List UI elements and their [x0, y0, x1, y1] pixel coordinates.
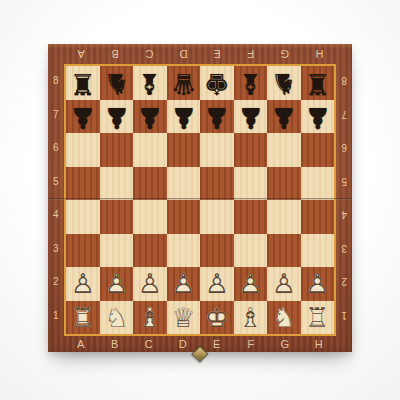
square-e8[interactable]: ♚	[200, 66, 234, 100]
rank-right-label-5: 5	[341, 176, 347, 187]
file-bottom-label-cell: A	[64, 336, 98, 352]
file-bottom-label-cell: C	[132, 336, 166, 352]
white-piece-outline-glyph: ♗	[234, 301, 268, 335]
square-g2[interactable]: ♟♙	[267, 267, 301, 301]
square-b8[interactable]: ♞	[100, 66, 134, 100]
file-top-label-cell: B	[98, 44, 132, 64]
rank-right-label-cell: 4	[336, 198, 352, 232]
file-bottom-label-cell: H	[302, 336, 336, 352]
rank-right-label-cell: 7	[336, 98, 352, 132]
rank-left-label-2: 2	[53, 276, 59, 287]
rank-left-label-cell: 5	[48, 165, 64, 199]
square-g5[interactable]	[267, 167, 301, 201]
square-e4[interactable]	[200, 200, 234, 234]
square-g7[interactable]: ♟	[267, 100, 301, 134]
square-g4[interactable]	[267, 200, 301, 234]
file-bottom-label-f: F	[247, 338, 254, 350]
square-a6[interactable]	[66, 133, 100, 167]
piece-white-rook-h1[interactable]: ♜♖	[301, 301, 335, 335]
white-piece-outline-glyph: ♗	[133, 301, 167, 335]
file-bottom-label-h: H	[315, 338, 323, 350]
rank-right-label-6: 6	[341, 142, 347, 153]
square-e2[interactable]: ♟♙	[200, 267, 234, 301]
square-g8[interactable]: ♞	[267, 66, 301, 100]
rank-left-label-cell: 8	[48, 64, 64, 98]
square-a5[interactable]	[66, 167, 100, 201]
square-c4[interactable]	[133, 200, 167, 234]
rank-right-label-cell: 8	[336, 64, 352, 98]
square-g6[interactable]	[267, 133, 301, 167]
square-c3[interactable]	[133, 234, 167, 268]
square-d4[interactable]	[167, 200, 201, 234]
piece-white-bishop-f1[interactable]: ♝♗	[234, 301, 268, 335]
square-f5[interactable]	[234, 167, 268, 201]
piece-black-bishop-f8[interactable]: ♝	[234, 66, 268, 100]
piece-white-pawn-a2[interactable]: ♟♙	[66, 267, 100, 301]
piece-black-pawn-e7[interactable]: ♟	[200, 100, 234, 134]
square-d3[interactable]	[167, 234, 201, 268]
square-c8[interactable]: ♝	[133, 66, 167, 100]
square-h7[interactable]: ♟	[301, 100, 335, 134]
square-b2[interactable]: ♟♙	[100, 267, 134, 301]
white-piece-outline-glyph: ♙	[66, 267, 100, 301]
piece-black-pawn-c7[interactable]: ♟	[133, 100, 167, 134]
rank-right-label-cell: 2	[336, 265, 352, 299]
square-e6[interactable]	[200, 133, 234, 167]
rank-left-label-cell: 2	[48, 265, 64, 299]
white-piece-outline-glyph: ♖	[301, 301, 335, 335]
piece-black-pawn-h7[interactable]: ♟	[301, 100, 335, 134]
rank-right-label-cell: 6	[336, 131, 352, 165]
square-f3[interactable]	[234, 234, 268, 268]
rank-right-label-1: 1	[341, 310, 347, 321]
square-g3[interactable]	[267, 234, 301, 268]
piece-white-pawn-c2[interactable]: ♟♙	[133, 267, 167, 301]
file-top-label-cell: A	[64, 44, 98, 64]
white-piece-outline-glyph: ♙	[100, 267, 134, 301]
square-h5[interactable]	[301, 167, 335, 201]
square-d1[interactable]: ♛♕	[167, 301, 201, 335]
square-a3[interactable]	[66, 234, 100, 268]
piece-white-pawn-e2[interactable]: ♟♙	[200, 267, 234, 301]
file-bottom-label-c: C	[145, 338, 153, 350]
rank-right-label-2: 2	[341, 276, 347, 287]
square-h1[interactable]: ♜♖	[301, 301, 335, 335]
piece-black-rook-a8[interactable]: ♜	[66, 66, 100, 100]
piece-white-knight-g1[interactable]: ♞♘	[267, 301, 301, 335]
file-top-label-g: G	[280, 48, 289, 60]
file-top-label-d: D	[179, 48, 187, 60]
piece-white-queen-d1[interactable]: ♛♕	[167, 301, 201, 335]
file-bottom-label-cell: E	[200, 336, 234, 352]
ranks-left-labels: 87654321	[48, 64, 64, 332]
file-top-label-c: C	[145, 48, 153, 60]
file-top-label-cell: D	[166, 44, 200, 64]
rank-right-label-cell: 1	[336, 299, 352, 333]
rank-left-label-cell: 6	[48, 131, 64, 165]
square-a7[interactable]: ♟	[66, 100, 100, 134]
square-f8[interactable]: ♝	[234, 66, 268, 100]
file-bottom-label-cell: B	[98, 336, 132, 352]
rank-left-label-5: 5	[53, 176, 59, 187]
piece-black-pawn-d7[interactable]: ♟	[167, 100, 201, 134]
chess-board: ABCDEFGH ABCDEFGH 87654321 87654321 ♜♞♝♛…	[48, 44, 352, 352]
square-e7[interactable]: ♟	[200, 100, 234, 134]
square-e1[interactable]: ♚♔	[200, 301, 234, 335]
piece-black-knight-b8[interactable]: ♞	[100, 66, 134, 100]
rank-left-label-cell: 7	[48, 98, 64, 132]
square-f2[interactable]: ♟♙	[234, 267, 268, 301]
square-f1[interactable]: ♝♗	[234, 301, 268, 335]
square-h3[interactable]	[301, 234, 335, 268]
square-h4[interactable]	[301, 200, 335, 234]
piece-white-pawn-d2[interactable]: ♟♙	[167, 267, 201, 301]
photo-background: ABCDEFGH ABCDEFGH 87654321 87654321 ♜♞♝♛…	[0, 0, 400, 400]
file-bottom-label-b: B	[111, 338, 119, 350]
square-b5[interactable]	[100, 167, 134, 201]
piece-white-pawn-g2[interactable]: ♟♙	[267, 267, 301, 301]
square-b1[interactable]: ♞♘	[100, 301, 134, 335]
rank-left-label-cell: 4	[48, 198, 64, 232]
rank-left-label-8: 8	[53, 75, 59, 86]
file-bottom-label-g: G	[280, 338, 289, 350]
white-piece-outline-glyph: ♕	[167, 301, 201, 335]
file-bottom-label-cell: F	[234, 336, 268, 352]
square-e3[interactable]	[200, 234, 234, 268]
piece-black-pawn-f7[interactable]: ♟	[234, 100, 268, 134]
piece-black-rook-h8[interactable]: ♜	[301, 66, 335, 100]
rank-left-label-4: 4	[53, 209, 59, 220]
square-d6[interactable]	[167, 133, 201, 167]
file-bottom-label-e: E	[213, 338, 221, 350]
file-top-label-cell: H	[302, 44, 336, 64]
rank-right-label-8: 8	[341, 75, 347, 86]
square-b6[interactable]	[100, 133, 134, 167]
square-a1[interactable]: ♜♖	[66, 301, 100, 335]
square-c7[interactable]: ♟	[133, 100, 167, 134]
piece-black-pawn-g7[interactable]: ♟	[267, 100, 301, 134]
square-b3[interactable]	[100, 234, 134, 268]
white-piece-outline-glyph: ♙	[234, 267, 268, 301]
piece-black-pawn-b7[interactable]: ♟	[100, 100, 134, 134]
file-bottom-label-d: D	[179, 338, 187, 350]
rank-left-label-cell: 3	[48, 232, 64, 266]
square-c2[interactable]: ♟♙	[133, 267, 167, 301]
square-d8[interactable]: ♛	[167, 66, 201, 100]
rank-left-label-6: 6	[53, 142, 59, 153]
playfield: ♜♞♝♛♚♝♞♜♟♟♟♟♟♟♟♟♟♙♟♙♟♙♟♙♟♙♟♙♟♙♟♙♜♖♞♘♝♗♛♕…	[64, 64, 336, 336]
ranks-right-labels: 87654321	[336, 64, 352, 332]
piece-white-pawn-b2[interactable]: ♟♙	[100, 267, 134, 301]
rank-right-label-7: 7	[341, 109, 347, 120]
file-top-label-a: A	[77, 48, 85, 60]
file-top-label-cell: G	[268, 44, 302, 64]
rank-left-label-3: 3	[53, 243, 59, 254]
square-c6[interactable]	[133, 133, 167, 167]
piece-white-bishop-c1[interactable]: ♝♗	[133, 301, 167, 335]
square-d2[interactable]: ♟♙	[167, 267, 201, 301]
file-top-label-cell: C	[132, 44, 166, 64]
rank-left-label-cell: 1	[48, 299, 64, 333]
file-top-label-cell: F	[234, 44, 268, 64]
rank-left-label-1: 1	[53, 310, 59, 321]
piece-black-queen-d8[interactable]: ♛	[167, 66, 201, 100]
square-f6[interactable]	[234, 133, 268, 167]
square-e5[interactable]	[200, 167, 234, 201]
file-top-label-h: H	[315, 48, 323, 60]
white-piece-outline-glyph: ♙	[167, 267, 201, 301]
rank-right-label-cell: 3	[336, 232, 352, 266]
square-h2[interactable]: ♟♙	[301, 267, 335, 301]
piece-white-pawn-h2[interactable]: ♟♙	[301, 267, 335, 301]
piece-white-pawn-f2[interactable]: ♟♙	[234, 267, 268, 301]
file-top-label-e: E	[213, 48, 221, 60]
piece-black-king-e8[interactable]: ♚	[200, 66, 234, 100]
files-top-labels: ABCDEFGH	[64, 44, 336, 64]
white-piece-outline-glyph: ♙	[200, 267, 234, 301]
square-f7[interactable]: ♟	[234, 100, 268, 134]
file-top-label-cell: E	[200, 44, 234, 64]
rank-right-label-cell: 5	[336, 165, 352, 199]
square-d7[interactable]: ♟	[167, 100, 201, 134]
square-a4[interactable]	[66, 200, 100, 234]
square-c1[interactable]: ♝♗	[133, 301, 167, 335]
white-piece-outline-glyph: ♔	[200, 301, 234, 335]
square-h8[interactable]: ♜	[301, 66, 335, 100]
rank-left-label-7: 7	[53, 109, 59, 120]
square-b4[interactable]	[100, 200, 134, 234]
white-piece-outline-glyph: ♘	[100, 301, 134, 335]
piece-white-rook-a1[interactable]: ♜♖	[66, 301, 100, 335]
square-d5[interactable]	[167, 167, 201, 201]
square-h6[interactable]	[301, 133, 335, 167]
rank-right-label-4: 4	[341, 209, 347, 220]
file-bottom-label-a: A	[77, 338, 85, 350]
white-piece-outline-glyph: ♙	[267, 267, 301, 301]
square-f4[interactable]	[234, 200, 268, 234]
white-piece-outline-glyph: ♖	[66, 301, 100, 335]
piece-white-king-e1[interactable]: ♚♔	[200, 301, 234, 335]
square-b7[interactable]: ♟	[100, 100, 134, 134]
piece-black-bishop-c8[interactable]: ♝	[133, 66, 167, 100]
white-piece-outline-glyph: ♙	[133, 267, 167, 301]
white-piece-outline-glyph: ♙	[301, 267, 335, 301]
square-a2[interactable]: ♟♙	[66, 267, 100, 301]
white-piece-outline-glyph: ♘	[267, 301, 301, 335]
rank-right-label-3: 3	[341, 243, 347, 254]
piece-white-knight-b1[interactable]: ♞♘	[100, 301, 134, 335]
piece-black-knight-g8[interactable]: ♞	[267, 66, 301, 100]
square-g1[interactable]: ♞♘	[267, 301, 301, 335]
piece-black-pawn-a7[interactable]: ♟	[66, 100, 100, 134]
file-top-label-b: B	[111, 48, 119, 60]
square-a8[interactable]: ♜	[66, 66, 100, 100]
square-c5[interactable]	[133, 167, 167, 201]
file-bottom-label-cell: G	[268, 336, 302, 352]
file-top-label-f: F	[247, 48, 254, 60]
